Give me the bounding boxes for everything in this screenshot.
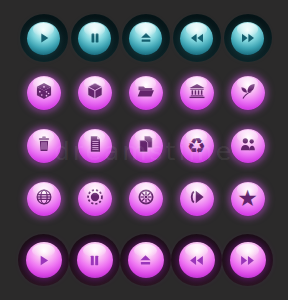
media-row-pink: [18, 234, 273, 286]
cube-icon: [85, 81, 105, 105]
globe-icon: [34, 187, 54, 211]
pause-button[interactable]: [71, 14, 119, 62]
button-panel: ♻: [0, 0, 288, 300]
leaf-icon: [238, 81, 258, 105]
icon-row-3: ★: [18, 181, 273, 217]
play-icon: [27, 22, 60, 55]
rewind-icon: [179, 242, 215, 278]
rewind-icon: [180, 22, 213, 55]
document-button[interactable]: [78, 129, 112, 163]
fast-forward-icon: [231, 22, 264, 55]
dice-button[interactable]: [27, 76, 61, 110]
icon-row-1: [18, 75, 273, 111]
dice-icon: [34, 81, 54, 105]
trash-button[interactable]: [27, 129, 61, 163]
trash-icon: [34, 134, 54, 158]
fast-forward-icon: [230, 242, 266, 278]
speaker-icon: [187, 187, 207, 211]
play-button[interactable]: [18, 234, 69, 286]
play-button[interactable]: [20, 14, 68, 62]
recycle-button[interactable]: ♻: [180, 129, 214, 163]
star-icon: ★: [237, 187, 258, 210]
globe-button[interactable]: [27, 182, 61, 216]
rewind-button[interactable]: [173, 14, 221, 62]
play-icon: [26, 242, 62, 278]
copy-icon: [136, 134, 156, 158]
bank-button[interactable]: [180, 76, 214, 110]
fast-forward-button[interactable]: [224, 14, 272, 62]
eject-button[interactable]: [120, 234, 171, 286]
open-folder-button[interactable]: [129, 76, 163, 110]
eject-icon: [129, 22, 162, 55]
dashed-circle-icon: [85, 187, 105, 211]
rewind-button[interactable]: [171, 234, 222, 286]
icon-row-2: ♻: [18, 128, 273, 164]
eject-button[interactable]: [122, 14, 170, 62]
bank-icon: [187, 81, 207, 105]
document-icon: [85, 134, 105, 158]
cube-button[interactable]: [78, 76, 112, 110]
recycle-icon: ♻: [187, 136, 206, 157]
dashed-circle-button[interactable]: [78, 182, 112, 216]
star-button[interactable]: ★: [231, 182, 265, 216]
pause-icon: [77, 242, 113, 278]
speaker-button[interactable]: [180, 182, 214, 216]
eject-icon: [128, 242, 164, 278]
leaf-button[interactable]: [231, 76, 265, 110]
media-row-teal: [18, 14, 273, 62]
wheel-button[interactable]: [129, 182, 163, 216]
copy-button[interactable]: [129, 129, 163, 163]
pause-button[interactable]: [69, 234, 120, 286]
users-button[interactable]: [231, 129, 265, 163]
users-icon: [238, 134, 258, 158]
pause-icon: [78, 22, 111, 55]
wheel-icon: [136, 187, 156, 211]
open-folder-icon: [136, 81, 156, 105]
fast-forward-button[interactable]: [222, 234, 273, 286]
